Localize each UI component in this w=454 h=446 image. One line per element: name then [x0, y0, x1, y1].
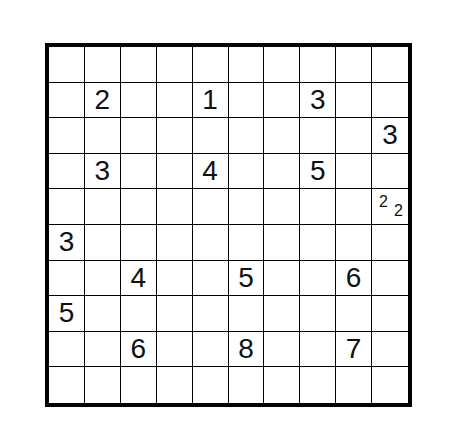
cell-r3c3[interactable] — [121, 118, 157, 154]
clue-text: 3 — [382, 121, 398, 149]
cell-r2c9[interactable] — [336, 83, 372, 119]
cell-r7c10[interactable] — [372, 261, 408, 297]
cell-r4c5[interactable]: 4 — [193, 154, 229, 190]
clue-text: 5 — [59, 299, 75, 327]
clue-text: 3 — [310, 86, 326, 114]
cell-r1c9[interactable] — [336, 47, 372, 83]
puzzle-board: 21333452234565687 — [45, 43, 412, 407]
cell-r10c2[interactable] — [85, 367, 121, 403]
clue-text: 4 — [202, 157, 218, 185]
cell-r10c10[interactable] — [372, 367, 408, 403]
cell-r4c6[interactable] — [229, 154, 265, 190]
cell-r10c3[interactable] — [121, 367, 157, 403]
cell-r9c6[interactable]: 8 — [229, 332, 265, 368]
cell-r8c2[interactable] — [85, 296, 121, 332]
cell-r6c4[interactable] — [157, 225, 193, 261]
cell-r2c10[interactable] — [372, 83, 408, 119]
cell-r3c5[interactable] — [193, 118, 229, 154]
cell-r4c8[interactable]: 5 — [300, 154, 336, 190]
cell-r7c5[interactable] — [193, 261, 229, 297]
cell-r9c2[interactable] — [85, 332, 121, 368]
cell-r5c10[interactable]: 22 — [372, 189, 408, 225]
cell-r2c1[interactable] — [49, 83, 85, 119]
cell-r3c6[interactable] — [229, 118, 265, 154]
cell-r9c5[interactable] — [193, 332, 229, 368]
clue-text: 8 — [238, 335, 254, 363]
cell-r4c3[interactable] — [121, 154, 157, 190]
clue-text: 1 — [202, 86, 218, 114]
cell-r3c7[interactable] — [264, 118, 300, 154]
cell-r1c3[interactable] — [121, 47, 157, 83]
cell-r4c10[interactable] — [372, 154, 408, 190]
cell-r6c5[interactable] — [193, 225, 229, 261]
cell-r9c4[interactable] — [157, 332, 193, 368]
cell-r3c1[interactable] — [49, 118, 85, 154]
cell-r10c5[interactable] — [193, 367, 229, 403]
cell-r2c3[interactable] — [121, 83, 157, 119]
clue-text: 3 — [59, 228, 75, 256]
clue-text: 3 — [95, 157, 111, 185]
cell-r5c2[interactable] — [85, 189, 121, 225]
clue-text: 2 — [379, 194, 388, 210]
clue-text: 4 — [130, 264, 146, 292]
cell-r2c4[interactable] — [157, 83, 193, 119]
cell-r4c2[interactable]: 3 — [85, 154, 121, 190]
clue-text: 6 — [130, 335, 146, 363]
clue-text: 7 — [346, 335, 362, 363]
clue-text: 6 — [346, 264, 362, 292]
cell-r3c10[interactable]: 3 — [372, 118, 408, 154]
cell-r6c2[interactable] — [85, 225, 121, 261]
cell-r2c8[interactable]: 3 — [300, 83, 336, 119]
cell-r1c10[interactable] — [372, 47, 408, 83]
cell-r2c2[interactable]: 2 — [85, 83, 121, 119]
cell-r7c8[interactable] — [300, 261, 336, 297]
cell-r3c9[interactable] — [336, 118, 372, 154]
cell-r1c5[interactable] — [193, 47, 229, 83]
cell-r6c9[interactable] — [336, 225, 372, 261]
cell-r5c9[interactable] — [336, 189, 372, 225]
cell-r5c7[interactable] — [264, 189, 300, 225]
cell-r8c10[interactable] — [372, 296, 408, 332]
cell-r8c8[interactable] — [300, 296, 336, 332]
clue-text: 5 — [238, 264, 254, 292]
cell-r6c10[interactable] — [372, 225, 408, 261]
cell-r7c6[interactable]: 5 — [229, 261, 265, 297]
cell-r8c3[interactable] — [121, 296, 157, 332]
cell-r4c9[interactable] — [336, 154, 372, 190]
cell-r10c6[interactable] — [229, 367, 265, 403]
cell-r9c8[interactable] — [300, 332, 336, 368]
cell-r2c6[interactable] — [229, 83, 265, 119]
cell-r1c8[interactable] — [300, 47, 336, 83]
cell-r10c8[interactable] — [300, 367, 336, 403]
cell-r7c1[interactable] — [49, 261, 85, 297]
clue-text: 2 — [95, 86, 111, 114]
cell-r4c4[interactable] — [157, 154, 193, 190]
cell-r5c8[interactable] — [300, 189, 336, 225]
cell-r10c1[interactable] — [49, 367, 85, 403]
cell-r2c5[interactable]: 1 — [193, 83, 229, 119]
clue-text: 5 — [310, 157, 326, 185]
cell-r9c1[interactable] — [49, 332, 85, 368]
cell-r6c1[interactable]: 3 — [49, 225, 85, 261]
cell-r5c1[interactable] — [49, 189, 85, 225]
puzzle-page: 21333452234565687 — [0, 0, 454, 446]
cell-r10c9[interactable] — [336, 367, 372, 403]
cell-r8c4[interactable] — [157, 296, 193, 332]
cell-r9c9[interactable]: 7 — [336, 332, 372, 368]
cell-r6c6[interactable] — [229, 225, 265, 261]
cell-r9c10[interactable] — [372, 332, 408, 368]
cell-r8c5[interactable] — [193, 296, 229, 332]
cell-r8c6[interactable] — [229, 296, 265, 332]
cell-r7c9[interactable]: 6 — [336, 261, 372, 297]
cell-r5c6[interactable] — [229, 189, 265, 225]
cell-r8c1[interactable]: 5 — [49, 296, 85, 332]
cell-r1c4[interactable] — [157, 47, 193, 83]
cell-r9c3[interactable]: 6 — [121, 332, 157, 368]
cell-r10c7[interactable] — [264, 367, 300, 403]
cell-r2c7[interactable] — [264, 83, 300, 119]
cell-r8c7[interactable] — [264, 296, 300, 332]
cell-r10c4[interactable] — [157, 367, 193, 403]
cell-r1c1[interactable] — [49, 47, 85, 83]
clue-text: 2 — [394, 203, 403, 219]
cell-r7c3[interactable]: 4 — [121, 261, 157, 297]
cell-r6c3[interactable] — [121, 225, 157, 261]
cell-r5c3[interactable] — [121, 189, 157, 225]
cell-r1c2[interactable] — [85, 47, 121, 83]
cell-r5c5[interactable] — [193, 189, 229, 225]
cell-r3c4[interactable] — [157, 118, 193, 154]
cell-r8c9[interactable] — [336, 296, 372, 332]
cell-r6c8[interactable] — [300, 225, 336, 261]
cell-r1c6[interactable] — [229, 47, 265, 83]
cell-r7c4[interactable] — [157, 261, 193, 297]
cell-r4c7[interactable] — [264, 154, 300, 190]
cell-r1c7[interactable] — [264, 47, 300, 83]
cell-r9c7[interactable] — [264, 332, 300, 368]
cell-r6c7[interactable] — [264, 225, 300, 261]
cell-r7c7[interactable] — [264, 261, 300, 297]
cell-r3c2[interactable] — [85, 118, 121, 154]
cell-r7c2[interactable] — [85, 261, 121, 297]
cell-r5c4[interactable] — [157, 189, 193, 225]
cell-r4c1[interactable] — [49, 154, 85, 190]
cell-r3c8[interactable] — [300, 118, 336, 154]
